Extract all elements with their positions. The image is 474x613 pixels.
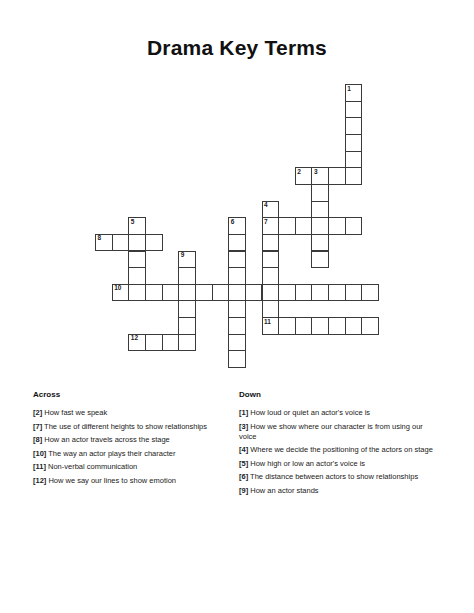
grid-cell-r15c13[interactable] xyxy=(295,317,313,335)
grid-cell-r15c6[interactable] xyxy=(178,317,196,335)
grid-cell-r6c15[interactable] xyxy=(328,167,346,185)
clue-number-label: [1] xyxy=(239,408,248,417)
grid-cell-r11c6[interactable]: 9 xyxy=(178,251,196,269)
grid-cell-r6c14[interactable]: 3 xyxy=(311,167,329,185)
grid-cell-r13c10[interactable] xyxy=(245,284,263,302)
grid-cell-r11c11[interactable] xyxy=(262,251,280,269)
grid-cell-r13c3[interactable] xyxy=(128,284,146,302)
across-clue-12: [12] How we say our lines to show emotio… xyxy=(33,476,239,486)
grid-cell-r13c5[interactable] xyxy=(162,284,180,302)
grid-cell-r10c9[interactable] xyxy=(228,234,246,252)
across-clue-8: [8] How an actor travels across the stag… xyxy=(33,435,239,445)
grid-cell-r17c9[interactable] xyxy=(228,350,246,368)
grid-cell-r5c16[interactable] xyxy=(345,151,363,169)
clue-number-label: [4] xyxy=(239,445,248,454)
grid-cell-r10c11[interactable] xyxy=(262,234,280,252)
grid-cell-r9c13[interactable] xyxy=(295,217,313,235)
grid-cell-r12c6[interactable] xyxy=(178,267,196,285)
grid-cell-r9c3[interactable]: 5 xyxy=(128,217,146,235)
grid-cell-r13c15[interactable] xyxy=(328,284,346,302)
clue-number-label: [8] xyxy=(33,435,42,444)
clue-number-label: [3] xyxy=(239,422,248,431)
grid-cell-r15c11[interactable]: 11 xyxy=(262,317,280,335)
grid-cell-r9c14[interactable] xyxy=(311,217,329,235)
grid-cell-r13c17[interactable] xyxy=(361,284,379,302)
clue-number-label: [5] xyxy=(239,459,248,468)
grid-cell-r15c14[interactable] xyxy=(311,317,329,335)
grid-cell-r16c5[interactable] xyxy=(162,334,180,352)
grid-cell-r12c9[interactable] xyxy=(228,267,246,285)
across-clues-column: Across [2] How fast we speak[7] The use … xyxy=(33,390,239,500)
down-clue-6: [6] The distance between actors to show … xyxy=(239,472,437,482)
grid-cell-r9c12[interactable] xyxy=(278,217,296,235)
down-clue-4: [4] Where we decide the positioning of t… xyxy=(239,445,437,455)
grid-cell-r11c14[interactable] xyxy=(311,251,329,269)
grid-cell-r3c16[interactable] xyxy=(345,117,363,135)
grid-cell-r14c9[interactable] xyxy=(228,300,246,318)
grid-cell-r15c17[interactable] xyxy=(361,317,379,335)
across-clue-11: [11] Non-verbal communication xyxy=(33,462,239,472)
grid-cell-r12c11[interactable] xyxy=(262,267,280,285)
crossword-grid: 123456789101112 xyxy=(95,84,380,369)
across-clue-list: [2] How fast we speak[7] The use of diff… xyxy=(33,408,239,486)
clue-number-label: [12] xyxy=(33,476,46,485)
across-clue-10: [10] The way an actor plays their charac… xyxy=(33,449,239,459)
down-clue-3: [3] How we show where our character is f… xyxy=(239,422,437,442)
grid-cell-r4c16[interactable] xyxy=(345,134,363,152)
grid-cell-r7c14[interactable] xyxy=(311,184,329,202)
cell-number-1: 1 xyxy=(347,86,351,93)
grid-cell-r8c11[interactable]: 4 xyxy=(262,201,280,219)
grid-cell-r10c4[interactable] xyxy=(145,234,163,252)
grid-cell-r13c6[interactable] xyxy=(178,284,196,302)
grid-cell-r15c15[interactable] xyxy=(328,317,346,335)
page-title: Drama Key Terms xyxy=(0,36,474,60)
grid-cell-r15c12[interactable] xyxy=(278,317,296,335)
grid-cell-r13c11[interactable] xyxy=(262,284,280,302)
across-clue-7: [7] The use of different heights to show… xyxy=(33,422,239,432)
down-clue-list: [1] How loud or quiet an actor's voice i… xyxy=(239,408,437,496)
grid-cell-r11c9[interactable] xyxy=(228,251,246,269)
clue-number-label: [9] xyxy=(239,486,248,495)
cell-number-12: 12 xyxy=(131,335,138,342)
clue-number-label: [7] xyxy=(33,422,42,431)
grid-cell-r12c3[interactable] xyxy=(128,267,146,285)
grid-cell-r10c1[interactable]: 8 xyxy=(95,234,113,252)
cell-number-5: 5 xyxy=(131,219,135,226)
grid-cell-r14c11[interactable] xyxy=(262,300,280,318)
grid-cell-r13c16[interactable] xyxy=(345,284,363,302)
grid-cell-r16c3[interactable]: 12 xyxy=(128,334,146,352)
down-clue-5: [5] How high or low an actor's voice is xyxy=(239,459,437,469)
grid-cell-r8c14[interactable] xyxy=(311,201,329,219)
cell-number-9: 9 xyxy=(181,252,185,259)
grid-cell-r13c2[interactable]: 10 xyxy=(112,284,130,302)
down-heading: Down xyxy=(239,390,437,399)
down-clue-9: [9] How an actor stands xyxy=(239,486,437,496)
grid-cell-r13c14[interactable] xyxy=(311,284,329,302)
grid-cell-r9c16[interactable] xyxy=(345,217,363,235)
cell-number-6: 6 xyxy=(231,219,235,226)
grid-cell-r13c7[interactable] xyxy=(195,284,213,302)
grid-cell-r10c2[interactable] xyxy=(112,234,130,252)
grid-cell-r9c11[interactable]: 7 xyxy=(262,217,280,235)
grid-cell-r6c13[interactable]: 2 xyxy=(295,167,313,185)
grid-cell-r10c3[interactable] xyxy=(128,234,146,252)
grid-cell-r13c4[interactable] xyxy=(145,284,163,302)
cell-number-2: 2 xyxy=(297,169,301,176)
grid-cell-r16c6[interactable] xyxy=(178,334,196,352)
across-clue-2: [2] How fast we speak xyxy=(33,408,239,418)
grid-cell-r11c3[interactable] xyxy=(128,251,146,269)
grid-cell-r9c15[interactable] xyxy=(328,217,346,235)
grid-cell-r15c16[interactable] xyxy=(345,317,363,335)
cell-number-3: 3 xyxy=(314,169,318,176)
grid-cell-r10c14[interactable] xyxy=(311,234,329,252)
cell-number-10: 10 xyxy=(114,285,121,292)
cell-number-11: 11 xyxy=(264,319,271,326)
grid-cell-r1c16[interactable]: 1 xyxy=(345,84,363,102)
cell-number-7: 7 xyxy=(264,219,268,226)
clue-number-label: [10] xyxy=(33,449,46,458)
grid-cell-r2c16[interactable] xyxy=(345,101,363,119)
worksheet-page: { "title": "Drama Key Terms", "game": "c… xyxy=(0,0,474,613)
clue-number-label: [6] xyxy=(239,472,248,481)
grid-cell-r14c6[interactable] xyxy=(178,300,196,318)
cell-number-4: 4 xyxy=(264,202,268,209)
down-clue-1: [1] How loud or quiet an actor's voice i… xyxy=(239,408,437,418)
clue-number-label: [11] xyxy=(33,462,46,471)
grid-cell-r16c4[interactable] xyxy=(145,334,163,352)
clue-section: Across [2] How fast we speak[7] The use … xyxy=(33,390,437,500)
cell-number-8: 8 xyxy=(98,235,102,242)
grid-cell-r13c9[interactable] xyxy=(228,284,246,302)
grid-cell-r16c9[interactable] xyxy=(228,334,246,352)
down-clues-column: Down [1] How loud or quiet an actor's vo… xyxy=(239,390,437,500)
grid-cell-r9c9[interactable]: 6 xyxy=(228,217,246,235)
across-heading: Across xyxy=(33,390,239,399)
grid-cell-r13c8[interactable] xyxy=(212,284,230,302)
grid-cell-r15c9[interactable] xyxy=(228,317,246,335)
clue-number-label: [2] xyxy=(33,408,42,417)
grid-cell-r13c13[interactable] xyxy=(295,284,313,302)
grid-cell-r6c16[interactable] xyxy=(345,167,363,185)
grid-cell-r13c12[interactable] xyxy=(278,284,296,302)
